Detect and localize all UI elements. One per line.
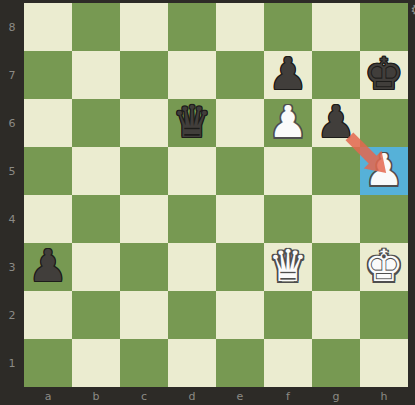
square-h5[interactable]: ♟: [360, 147, 408, 195]
gear-icon[interactable]: ⚙: [411, 3, 415, 18]
rank-label-3: 3: [0, 243, 24, 291]
square-h2[interactable]: [360, 291, 408, 339]
square-e2[interactable]: [216, 291, 264, 339]
rank-label-5: 5: [0, 147, 24, 195]
square-h7[interactable]: ♚: [360, 51, 408, 99]
square-h4[interactable]: [360, 195, 408, 243]
square-d7[interactable]: [168, 51, 216, 99]
square-a7[interactable]: [24, 51, 72, 99]
file-label-d: d: [168, 387, 216, 405]
file-label-h: h: [360, 387, 408, 405]
white-queen[interactable]: ♛: [268, 242, 307, 290]
square-b3[interactable]: [72, 243, 120, 291]
square-a2[interactable]: [24, 291, 72, 339]
rank-labels: 87654321: [0, 3, 24, 387]
square-f1[interactable]: [264, 339, 312, 387]
file-label-c: c: [120, 387, 168, 405]
square-h8[interactable]: [360, 3, 408, 51]
square-b7[interactable]: [72, 51, 120, 99]
square-d2[interactable]: [168, 291, 216, 339]
square-f4[interactable]: [264, 195, 312, 243]
chess-board-panel: 87654321 ♟♚♛♟♟♟♟♛♚ abcdefgh ⚙: [0, 0, 415, 405]
square-g4[interactable]: [312, 195, 360, 243]
square-g5[interactable]: [312, 147, 360, 195]
black-pawn[interactable]: ♟: [268, 50, 307, 98]
rank-label-6: 6: [0, 99, 24, 147]
square-e1[interactable]: [216, 339, 264, 387]
square-g3[interactable]: [312, 243, 360, 291]
square-e8[interactable]: [216, 3, 264, 51]
square-h3[interactable]: ♚: [360, 243, 408, 291]
square-b6[interactable]: [72, 99, 120, 147]
black-king[interactable]: ♚: [364, 50, 403, 98]
square-b4[interactable]: [72, 195, 120, 243]
square-d1[interactable]: [168, 339, 216, 387]
rank-label-1: 1: [0, 339, 24, 387]
square-e5[interactable]: [216, 147, 264, 195]
square-c8[interactable]: [120, 3, 168, 51]
square-b1[interactable]: [72, 339, 120, 387]
black-pawn[interactable]: ♟: [28, 242, 67, 290]
square-c3[interactable]: [120, 243, 168, 291]
square-g1[interactable]: [312, 339, 360, 387]
square-b5[interactable]: [72, 147, 120, 195]
rank-label-4: 4: [0, 195, 24, 243]
black-pawn[interactable]: ♟: [316, 98, 355, 146]
square-e7[interactable]: [216, 51, 264, 99]
square-f7[interactable]: ♟: [264, 51, 312, 99]
black-queen[interactable]: ♛: [172, 98, 211, 146]
square-d4[interactable]: [168, 195, 216, 243]
square-a5[interactable]: [24, 147, 72, 195]
file-label-a: a: [24, 387, 72, 405]
square-a3[interactable]: ♟: [24, 243, 72, 291]
square-g2[interactable]: [312, 291, 360, 339]
square-c5[interactable]: [120, 147, 168, 195]
square-a1[interactable]: [24, 339, 72, 387]
square-f2[interactable]: [264, 291, 312, 339]
square-g7[interactable]: [312, 51, 360, 99]
square-d5[interactable]: [168, 147, 216, 195]
square-e4[interactable]: [216, 195, 264, 243]
square-c2[interactable]: [120, 291, 168, 339]
square-c1[interactable]: [120, 339, 168, 387]
square-d6[interactable]: ♛: [168, 99, 216, 147]
square-e6[interactable]: [216, 99, 264, 147]
square-b2[interactable]: [72, 291, 120, 339]
chess-board[interactable]: ♟♚♛♟♟♟♟♛♚: [24, 3, 408, 387]
white-pawn[interactable]: ♟: [364, 146, 403, 194]
square-h6[interactable]: [360, 99, 408, 147]
square-a8[interactable]: [24, 3, 72, 51]
rank-label-8: 8: [0, 3, 24, 51]
square-a4[interactable]: [24, 195, 72, 243]
file-label-b: b: [72, 387, 120, 405]
file-label-f: f: [264, 387, 312, 405]
rank-label-2: 2: [0, 291, 24, 339]
square-d3[interactable]: [168, 243, 216, 291]
square-e3[interactable]: [216, 243, 264, 291]
square-f5[interactable]: [264, 147, 312, 195]
white-king[interactable]: ♚: [364, 242, 403, 290]
white-pawn[interactable]: ♟: [268, 98, 307, 146]
square-g6[interactable]: ♟: [312, 99, 360, 147]
file-label-e: e: [216, 387, 264, 405]
square-g8[interactable]: [312, 3, 360, 51]
square-c7[interactable]: [120, 51, 168, 99]
square-b8[interactable]: [72, 3, 120, 51]
square-f3[interactable]: ♛: [264, 243, 312, 291]
rank-label-7: 7: [0, 51, 24, 99]
file-label-g: g: [312, 387, 360, 405]
square-c4[interactable]: [120, 195, 168, 243]
square-d8[interactable]: [168, 3, 216, 51]
square-c6[interactable]: [120, 99, 168, 147]
file-labels: abcdefgh: [24, 387, 408, 405]
square-f8[interactable]: [264, 3, 312, 51]
square-a6[interactable]: [24, 99, 72, 147]
square-f6[interactable]: ♟: [264, 99, 312, 147]
square-h1[interactable]: [360, 339, 408, 387]
